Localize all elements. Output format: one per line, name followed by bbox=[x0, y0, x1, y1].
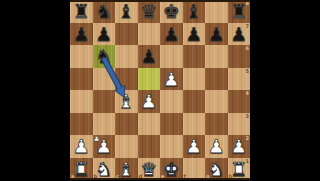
square-h3[interactable]: 3 bbox=[228, 113, 251, 136]
square-g8[interactable] bbox=[205, 0, 228, 23]
square-f4[interactable] bbox=[183, 90, 206, 113]
square-h1[interactable]: ♜1h bbox=[228, 158, 251, 181]
square-d4[interactable]: ♟ bbox=[138, 90, 161, 113]
square-e2[interactable] bbox=[160, 135, 183, 158]
chess-app-canvas: ♜♞♝♛♚♝♜8♟♟♟♟♟♟7♞♟6♟5♝♟43♟♟♟♟♟2♜a♞b♝c♛d♚e… bbox=[0, 0, 320, 180]
square-h4[interactable]: 4 bbox=[228, 90, 251, 113]
square-d2[interactable] bbox=[138, 135, 161, 158]
square-d3[interactable] bbox=[138, 113, 161, 136]
square-d6[interactable]: ♟ bbox=[138, 45, 161, 68]
square-h2[interactable]: ♟2 bbox=[228, 135, 251, 158]
square-g5[interactable] bbox=[205, 68, 228, 91]
white-pawn-e5[interactable]: ♟ bbox=[163, 68, 180, 91]
square-f5[interactable] bbox=[183, 68, 206, 91]
square-a8[interactable]: ♜ bbox=[70, 0, 93, 23]
black-knight-b6[interactable]: ♞ bbox=[95, 45, 112, 68]
square-d5[interactable] bbox=[138, 68, 161, 91]
square-a2[interactable]: ♟ bbox=[70, 135, 93, 158]
square-c3[interactable] bbox=[115, 113, 138, 136]
square-e3[interactable] bbox=[160, 113, 183, 136]
square-c1[interactable]: ♝c bbox=[115, 158, 138, 181]
rank-label-3: 3 bbox=[246, 114, 249, 119]
square-a4[interactable] bbox=[70, 90, 93, 113]
square-g4[interactable] bbox=[205, 90, 228, 113]
square-b6[interactable]: ♞ bbox=[93, 45, 116, 68]
white-pawn-a2[interactable]: ♟ bbox=[73, 135, 90, 158]
square-g1[interactable]: ♞g bbox=[205, 158, 228, 181]
black-knight-b8[interactable]: ♞ bbox=[95, 0, 112, 23]
square-f1[interactable]: f bbox=[183, 158, 206, 181]
square-c6[interactable] bbox=[115, 45, 138, 68]
chess-board: ♜♞♝♛♚♝♜8♟♟♟♟♟♟7♞♟6♟5♝♟43♟♟♟♟♟2♜a♞b♝c♛d♚e… bbox=[70, 0, 250, 180]
square-b8[interactable]: ♞ bbox=[93, 0, 116, 23]
square-b3[interactable] bbox=[93, 113, 116, 136]
square-b7[interactable]: ♟ bbox=[93, 23, 116, 46]
white-bishop-c1[interactable]: ♝ bbox=[118, 158, 135, 181]
square-b4[interactable] bbox=[93, 90, 116, 113]
black-pawn-d6[interactable]: ♟ bbox=[140, 45, 157, 68]
square-h5[interactable]: 5 bbox=[228, 68, 251, 91]
square-c2[interactable] bbox=[115, 135, 138, 158]
square-c4[interactable]: ♝ bbox=[115, 90, 138, 113]
square-g2[interactable]: ♟ bbox=[205, 135, 228, 158]
board-edge-top bbox=[70, 0, 250, 2]
black-queen-d8[interactable]: ♛ bbox=[140, 0, 157, 23]
square-f3[interactable] bbox=[183, 113, 206, 136]
black-rook-a8[interactable]: ♜ bbox=[73, 0, 90, 23]
square-a5[interactable] bbox=[70, 68, 93, 91]
white-queen-d1[interactable]: ♛ bbox=[140, 158, 157, 181]
black-pawn-b7[interactable]: ♟ bbox=[95, 23, 112, 46]
white-bishop-c4[interactable]: ♝ bbox=[118, 90, 135, 113]
square-h8[interactable]: ♜8 bbox=[228, 0, 251, 23]
rank-label-7: 7 bbox=[246, 24, 249, 29]
square-g7[interactable]: ♟ bbox=[205, 23, 228, 46]
square-f6[interactable] bbox=[183, 45, 206, 68]
board-edge-bottom bbox=[70, 178, 250, 180]
black-pawn-e7[interactable]: ♟ bbox=[163, 23, 180, 46]
square-a7[interactable]: ♟ bbox=[70, 23, 93, 46]
square-a6[interactable] bbox=[70, 45, 93, 68]
square-c5[interactable] bbox=[115, 68, 138, 91]
white-knight-b1[interactable]: ♞ bbox=[95, 158, 112, 181]
square-e1[interactable]: ♚e bbox=[160, 158, 183, 181]
white-knight-g1[interactable]: ♞ bbox=[208, 158, 225, 181]
white-rook-a1[interactable]: ♜ bbox=[73, 158, 90, 181]
square-c8[interactable]: ♝ bbox=[115, 0, 138, 23]
square-h6[interactable]: 6 bbox=[228, 45, 251, 68]
black-pawn-a7[interactable]: ♟ bbox=[73, 23, 90, 46]
white-pawn-b2[interactable]: ♟ bbox=[95, 135, 112, 158]
black-king-e8[interactable]: ♚ bbox=[163, 0, 180, 23]
square-f7[interactable]: ♟ bbox=[183, 23, 206, 46]
rank-label-6: 6 bbox=[246, 46, 249, 51]
square-e5[interactable]: ♟ bbox=[160, 68, 183, 91]
white-pawn-f2[interactable]: ♟ bbox=[185, 135, 202, 158]
square-a1[interactable]: ♜a bbox=[70, 158, 93, 181]
square-e7[interactable]: ♟ bbox=[160, 23, 183, 46]
black-pawn-f7[interactable]: ♟ bbox=[185, 23, 202, 46]
square-f2[interactable]: ♟ bbox=[183, 135, 206, 158]
square-g3[interactable] bbox=[205, 113, 228, 136]
rank-label-2: 2 bbox=[246, 136, 249, 141]
rank-label-5: 5 bbox=[246, 69, 249, 74]
square-c7[interactable] bbox=[115, 23, 138, 46]
square-f8[interactable]: ♝ bbox=[183, 0, 206, 23]
square-d1[interactable]: ♛d bbox=[138, 158, 161, 181]
square-d8[interactable]: ♛ bbox=[138, 0, 161, 23]
black-bishop-c8[interactable]: ♝ bbox=[118, 0, 135, 23]
rank-label-1: 1 bbox=[246, 159, 249, 164]
square-d7[interactable] bbox=[138, 23, 161, 46]
square-a3[interactable] bbox=[70, 113, 93, 136]
rank-label-4: 4 bbox=[246, 91, 249, 96]
square-b2[interactable]: ♟ bbox=[93, 135, 116, 158]
square-b5[interactable] bbox=[93, 68, 116, 91]
white-king-e1[interactable]: ♚ bbox=[163, 158, 180, 181]
white-pawn-g2[interactable]: ♟ bbox=[208, 135, 225, 158]
square-e8[interactable]: ♚ bbox=[160, 0, 183, 23]
square-e6[interactable] bbox=[160, 45, 183, 68]
square-b1[interactable]: ♞b bbox=[93, 158, 116, 181]
white-pawn-d4[interactable]: ♟ bbox=[140, 90, 157, 113]
square-h7[interactable]: ♟7 bbox=[228, 23, 251, 46]
black-bishop-f8[interactable]: ♝ bbox=[185, 0, 202, 23]
square-g6[interactable] bbox=[205, 45, 228, 68]
square-e4[interactable] bbox=[160, 90, 183, 113]
black-pawn-g7[interactable]: ♟ bbox=[208, 23, 225, 46]
